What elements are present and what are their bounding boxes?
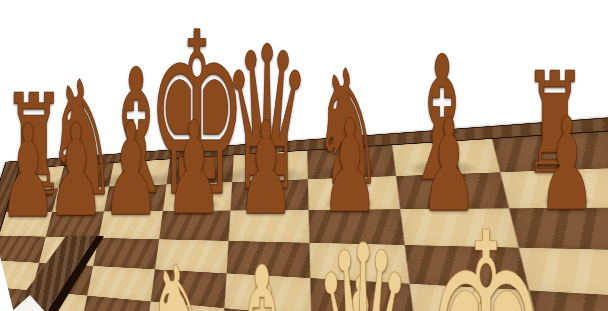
piece-white-knight-d2: ♞: [144, 246, 211, 311]
product-photo: ♜♞♝♚♛♞♝♜♟♟♟♟♟♟♟♟♞♟♝♟♛♟♚: [0, 0, 608, 311]
piece-black-pawn-e7: ♟: [237, 105, 294, 233]
piece-black-pawn-c7: ♟: [103, 106, 160, 234]
piece-white-bishop-e2: ♝: [224, 245, 299, 311]
piece-white-queen-f2: ♛: [313, 216, 414, 311]
piece-black-pawn-d7: ♟: [165, 106, 222, 234]
piece-black-pawn-a7: ♟: [0, 108, 57, 236]
piece-white-king-g2: ♚: [425, 198, 547, 311]
pieces-layer: ♜♞♝♚♛♞♝♜♟♟♟♟♟♟♟♟♞♟♝♟♛♟♚: [0, 0, 608, 311]
